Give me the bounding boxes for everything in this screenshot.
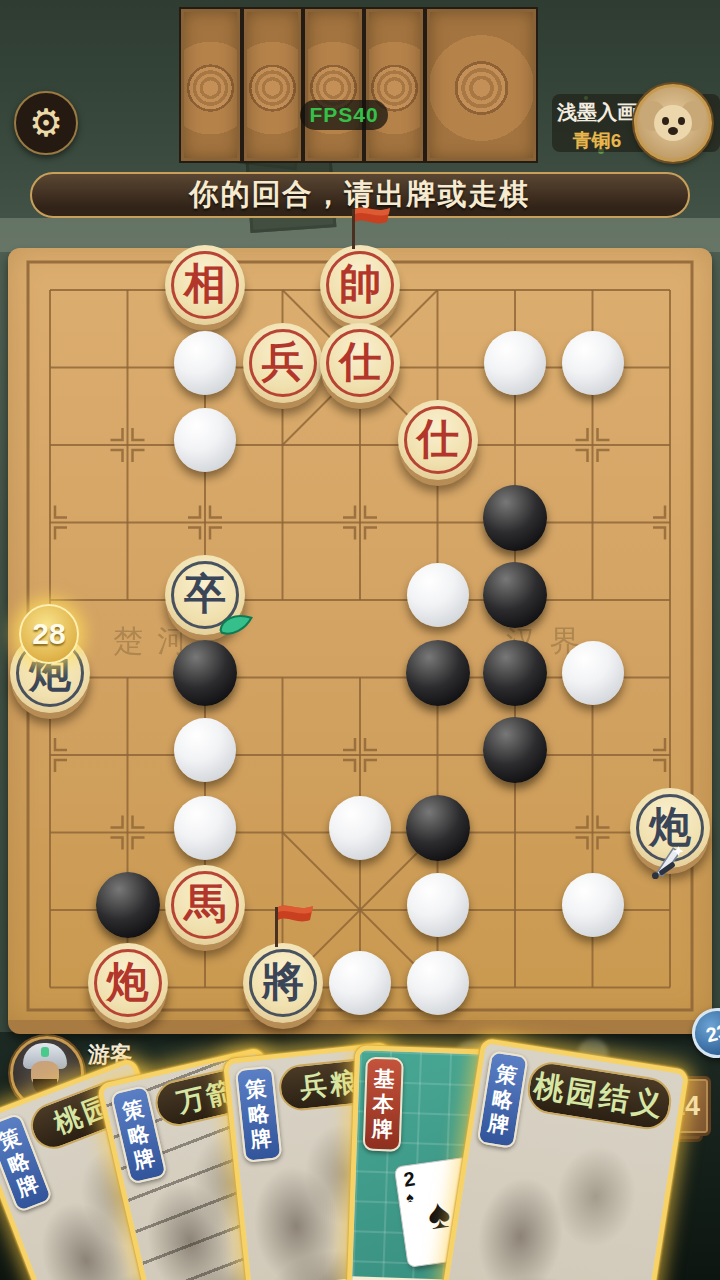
- white-go-stone[interactable]: [562, 331, 624, 395]
- white-go-stone[interactable]: [174, 796, 236, 860]
- white-go-stone[interactable]: [329, 796, 391, 860]
- red-flag-icon: [273, 903, 317, 949]
- xiangqi-piece-red-帥[interactable]: 帥: [320, 245, 400, 325]
- piece-character: 仕: [417, 418, 459, 460]
- white-go-stone[interactable]: [562, 873, 624, 937]
- gear-icon: ⚙: [29, 104, 63, 142]
- timer-value: 23: [703, 1019, 720, 1047]
- xiangqi-piece-red-馬[interactable]: 馬: [165, 865, 245, 945]
- xiangqi-piece-red-相[interactable]: 相: [165, 245, 245, 325]
- opponent-card-back: [364, 7, 425, 163]
- red-flag-icon: [350, 205, 394, 251]
- opponent-card-back: [425, 7, 538, 163]
- white-go-stone[interactable]: [484, 331, 546, 395]
- move-counter-value: 28: [32, 617, 65, 651]
- black-go-stone[interactable]: [483, 640, 547, 706]
- opponent-card-back: [179, 7, 242, 163]
- opponent-hand-cardbacks: [179, 7, 538, 163]
- opponent-avatar[interactable]: [634, 84, 712, 162]
- xiangqi-piece-black-將[interactable]: 將: [243, 943, 323, 1023]
- opponent-rank: 青铜6: [556, 128, 638, 154]
- black-go-stone[interactable]: [483, 485, 547, 551]
- piece-character: 炮: [107, 961, 149, 1003]
- piece-character: 相: [184, 263, 226, 305]
- xiangqi-piece-black-炮[interactable]: 炮: [630, 788, 710, 868]
- piece-character: 將: [262, 961, 304, 1003]
- black-go-stone[interactable]: [483, 717, 547, 783]
- xiangqi-piece-black-卒[interactable]: 卒: [165, 555, 245, 635]
- black-go-stone[interactable]: [96, 872, 160, 938]
- white-go-stone[interactable]: [329, 951, 391, 1015]
- dog-face: [654, 105, 692, 141]
- white-go-stone[interactable]: [407, 951, 469, 1015]
- attack-sword-icon: [648, 842, 690, 880]
- playing-card-suit-big: ♠: [424, 1189, 453, 1240]
- white-go-stone[interactable]: [174, 331, 236, 395]
- piece-character: 仕: [339, 341, 381, 383]
- dog-eye: [678, 117, 685, 125]
- piece-character: 馬: [184, 883, 226, 925]
- playing-card-suit-small: ♠: [405, 1190, 414, 1205]
- dog-eye: [662, 117, 669, 125]
- xiangqi-piece-red-仕[interactable]: 仕: [398, 400, 478, 480]
- black-go-stone[interactable]: [173, 640, 237, 706]
- dog-nose: [668, 127, 678, 135]
- white-go-stone[interactable]: [562, 641, 624, 705]
- helmet-gem: [41, 1047, 49, 1057]
- opponent-name: 浅墨入画: [556, 99, 638, 126]
- piece-character: 帥: [339, 263, 381, 305]
- fps-value: FPS40: [309, 103, 378, 127]
- piece-character: 卒: [184, 573, 226, 615]
- piece-character: 兵: [262, 341, 304, 383]
- black-go-stone[interactable]: [406, 795, 470, 861]
- white-go-stone[interactable]: [407, 563, 469, 627]
- settings-button[interactable]: ⚙: [14, 91, 78, 155]
- move-counter-badge: 28: [19, 604, 79, 664]
- fps-counter: FPS40: [300, 100, 388, 130]
- xiangqi-piece-red-炮[interactable]: 炮: [88, 943, 168, 1023]
- xiangqi-board[interactable]: 楚河汉界 相帥兵仕仕卒炮炮馬炮將 28: [8, 248, 712, 1034]
- white-go-stone[interactable]: [174, 718, 236, 782]
- card-type-ribbon: 基本牌: [363, 1057, 404, 1152]
- game-screen: ⚙ FPS40 浅墨入画 青铜6 你的回合，请出牌或走棋 楚河汉界 相帥兵仕仕卒…: [0, 0, 720, 1280]
- green-brush-icon: [215, 604, 257, 643]
- playing-card-rank: 2: [402, 1168, 416, 1189]
- opponent-card-back: [242, 7, 303, 163]
- black-go-stone[interactable]: [406, 640, 470, 706]
- white-go-stone[interactable]: [174, 408, 236, 472]
- pieces-layer: 相帥兵仕仕卒炮炮馬炮將: [8, 248, 712, 1020]
- opponent-card-back: [303, 7, 364, 163]
- xiangqi-piece-red-兵[interactable]: 兵: [243, 323, 323, 403]
- xiangqi-piece-red-仕[interactable]: 仕: [320, 323, 400, 403]
- white-go-stone[interactable]: [407, 873, 469, 937]
- black-go-stone[interactable]: [483, 562, 547, 628]
